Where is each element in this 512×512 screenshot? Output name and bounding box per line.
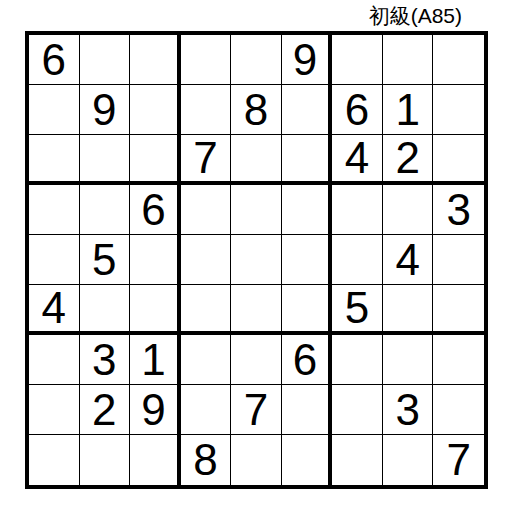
cell-r1c5[interactable]	[231, 35, 282, 85]
cell-r2c4[interactable]	[181, 85, 232, 135]
cell-r7c8[interactable]	[383, 335, 434, 385]
cell-r8c5[interactable]: 7	[231, 385, 282, 435]
cell-r4c1[interactable]	[29, 185, 80, 235]
cell-r4c5[interactable]	[231, 185, 282, 235]
cell-r2c8[interactable]: 1	[383, 85, 434, 135]
cell-r4c9[interactable]: 3	[433, 185, 484, 235]
cell-r3c9[interactable]	[433, 135, 484, 185]
cell-r5c4[interactable]	[181, 235, 232, 285]
cell-r1c9[interactable]	[433, 35, 484, 85]
cell-r5c2[interactable]: 5	[80, 235, 131, 285]
cell-r4c4[interactable]	[181, 185, 232, 235]
cell-r5c5[interactable]	[231, 235, 282, 285]
cell-r4c6[interactable]	[282, 185, 333, 235]
cell-r3c4[interactable]: 7	[181, 135, 232, 185]
cell-r6c3[interactable]	[130, 285, 181, 335]
cell-r7c2[interactable]: 3	[80, 335, 131, 385]
cell-r4c7[interactable]	[332, 185, 383, 235]
cell-r6c7[interactable]: 5	[332, 285, 383, 335]
cell-r9c4[interactable]: 8	[181, 435, 232, 485]
cell-r1c1[interactable]: 6	[29, 35, 80, 85]
cell-r7c5[interactable]	[231, 335, 282, 385]
cell-r2c3[interactable]	[130, 85, 181, 135]
cell-r7c1[interactable]	[29, 335, 80, 385]
cell-r4c3[interactable]: 6	[130, 185, 181, 235]
cell-r8c6[interactable]	[282, 385, 333, 435]
cell-r5c8[interactable]: 4	[383, 235, 434, 285]
cell-r5c7[interactable]	[332, 235, 383, 285]
cell-r7c3[interactable]: 1	[130, 335, 181, 385]
cell-r7c7[interactable]	[332, 335, 383, 385]
cell-r9c8[interactable]	[383, 435, 434, 485]
cell-r6c9[interactable]	[433, 285, 484, 335]
cell-r8c7[interactable]	[332, 385, 383, 435]
cell-r6c8[interactable]	[383, 285, 434, 335]
cell-r5c1[interactable]	[29, 235, 80, 285]
cell-r8c8[interactable]: 3	[383, 385, 434, 435]
cell-r3c8[interactable]: 2	[383, 135, 434, 185]
cell-r1c6[interactable]: 9	[282, 35, 333, 85]
cell-r4c2[interactable]	[80, 185, 131, 235]
cell-r1c7[interactable]	[332, 35, 383, 85]
cell-r8c1[interactable]	[29, 385, 80, 435]
cell-r3c6[interactable]	[282, 135, 333, 185]
cell-r7c6[interactable]: 6	[282, 335, 333, 385]
cell-r8c2[interactable]: 2	[80, 385, 131, 435]
cell-r3c2[interactable]	[80, 135, 131, 185]
sudoku-board: 699861742635445316297387	[25, 31, 488, 489]
cell-r3c5[interactable]	[231, 135, 282, 185]
cell-r2c6[interactable]	[282, 85, 333, 135]
cell-r9c3[interactable]	[130, 435, 181, 485]
cell-r5c3[interactable]	[130, 235, 181, 285]
cell-r2c1[interactable]	[29, 85, 80, 135]
cell-r1c3[interactable]	[130, 35, 181, 85]
cell-r9c9[interactable]: 7	[433, 435, 484, 485]
cell-r6c6[interactable]	[282, 285, 333, 335]
cell-r3c7[interactable]: 4	[332, 135, 383, 185]
cell-r3c1[interactable]	[29, 135, 80, 185]
page: 初級(A85) 699861742635445316297387	[0, 0, 512, 512]
cell-r6c4[interactable]	[181, 285, 232, 335]
cell-r2c7[interactable]: 6	[332, 85, 383, 135]
cell-r5c6[interactable]	[282, 235, 333, 285]
cell-r9c6[interactable]	[282, 435, 333, 485]
cell-r7c9[interactable]	[433, 335, 484, 385]
cell-r2c5[interactable]: 8	[231, 85, 282, 135]
cell-r5c9[interactable]	[433, 235, 484, 285]
cell-r6c5[interactable]	[231, 285, 282, 335]
cell-r1c8[interactable]	[383, 35, 434, 85]
cell-r8c4[interactable]	[181, 385, 232, 435]
cell-r6c1[interactable]: 4	[29, 285, 80, 335]
cell-r6c2[interactable]	[80, 285, 131, 335]
cell-r4c8[interactable]	[383, 185, 434, 235]
cell-r9c2[interactable]	[80, 435, 131, 485]
cell-r9c7[interactable]	[332, 435, 383, 485]
cell-r8c3[interactable]: 9	[130, 385, 181, 435]
cell-r8c9[interactable]	[433, 385, 484, 435]
cell-r9c5[interactable]	[231, 435, 282, 485]
puzzle-title: 初級(A85)	[369, 4, 462, 28]
cell-r7c4[interactable]	[181, 335, 232, 385]
cell-r1c4[interactable]	[181, 35, 232, 85]
cell-r2c2[interactable]: 9	[80, 85, 131, 135]
cell-r2c9[interactable]	[433, 85, 484, 135]
cell-r3c3[interactable]	[130, 135, 181, 185]
cell-r1c2[interactable]	[80, 35, 131, 85]
cell-r9c1[interactable]	[29, 435, 80, 485]
